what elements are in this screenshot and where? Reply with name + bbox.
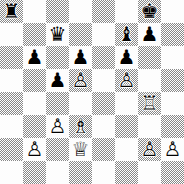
square-g3[interactable] [138, 115, 161, 138]
square-c3[interactable]: ♙ [46, 115, 69, 138]
square-h1[interactable] [161, 161, 184, 184]
square-c6[interactable] [46, 46, 69, 69]
square-d8[interactable] [69, 0, 92, 23]
piece-white-pawn[interactable]: ♙ [69, 69, 92, 92]
square-c1[interactable] [46, 161, 69, 184]
square-d7[interactable] [69, 23, 92, 46]
square-d4[interactable] [69, 92, 92, 115]
square-c2[interactable] [46, 138, 69, 161]
square-e6[interactable] [92, 46, 115, 69]
piece-white-pawn[interactable]: ♙ [23, 138, 46, 161]
square-e5[interactable] [92, 69, 115, 92]
square-d2[interactable]: ♕ [69, 138, 92, 161]
square-g2[interactable]: ♙ [138, 138, 161, 161]
square-f7[interactable]: ♝ [115, 23, 138, 46]
square-g4[interactable]: ♖ [138, 92, 161, 115]
square-d5[interactable]: ♙ [69, 69, 92, 92]
square-a6[interactable] [0, 46, 23, 69]
square-c8[interactable] [46, 0, 69, 23]
square-f5[interactable]: ♙ [115, 69, 138, 92]
piece-white-pawn[interactable]: ♙ [161, 138, 184, 161]
square-b2[interactable]: ♙ [23, 138, 46, 161]
square-d1[interactable] [69, 161, 92, 184]
square-g1[interactable] [138, 161, 161, 184]
square-a2[interactable] [0, 138, 23, 161]
square-a4[interactable] [0, 92, 23, 115]
chess-board: ♜♚♛♝♟♟♟♟♟♙♙♖♙♗♙♕♙♙ [0, 0, 184, 184]
square-h8[interactable] [161, 0, 184, 23]
piece-black-pawn[interactable]: ♟ [69, 46, 92, 69]
square-g7[interactable]: ♟ [138, 23, 161, 46]
square-b5[interactable] [23, 69, 46, 92]
square-f8[interactable] [115, 0, 138, 23]
piece-white-bishop[interactable]: ♗ [69, 115, 92, 138]
piece-black-pawn[interactable]: ♟ [46, 69, 69, 92]
square-d3[interactable]: ♗ [69, 115, 92, 138]
square-h3[interactable] [161, 115, 184, 138]
piece-white-queen[interactable]: ♕ [69, 138, 92, 161]
square-b1[interactable] [23, 161, 46, 184]
piece-black-bishop[interactable]: ♝ [115, 23, 138, 46]
square-e8[interactable] [92, 0, 115, 23]
square-c5[interactable]: ♟ [46, 69, 69, 92]
square-d6[interactable]: ♟ [69, 46, 92, 69]
square-e4[interactable] [92, 92, 115, 115]
square-h5[interactable] [161, 69, 184, 92]
square-f6[interactable]: ♟ [115, 46, 138, 69]
piece-black-pawn[interactable]: ♟ [115, 46, 138, 69]
square-e2[interactable] [92, 138, 115, 161]
square-g6[interactable] [138, 46, 161, 69]
square-b8[interactable] [23, 0, 46, 23]
piece-white-pawn[interactable]: ♙ [138, 138, 161, 161]
square-a7[interactable] [0, 23, 23, 46]
square-b7[interactable] [23, 23, 46, 46]
piece-black-pawn[interactable]: ♟ [23, 46, 46, 69]
square-h7[interactable] [161, 23, 184, 46]
square-b6[interactable]: ♟ [23, 46, 46, 69]
square-c7[interactable]: ♛ [46, 23, 69, 46]
square-e7[interactable] [92, 23, 115, 46]
piece-black-pawn[interactable]: ♟ [138, 23, 161, 46]
square-b3[interactable] [23, 115, 46, 138]
square-e3[interactable] [92, 115, 115, 138]
square-a3[interactable] [0, 115, 23, 138]
square-f2[interactable] [115, 138, 138, 161]
square-c4[interactable] [46, 92, 69, 115]
square-b4[interactable] [23, 92, 46, 115]
square-a8[interactable]: ♜ [0, 0, 23, 23]
square-a5[interactable] [0, 69, 23, 92]
square-a1[interactable] [0, 161, 23, 184]
square-f4[interactable] [115, 92, 138, 115]
piece-white-pawn[interactable]: ♙ [46, 115, 69, 138]
piece-white-rook[interactable]: ♖ [138, 92, 161, 115]
piece-black-rook[interactable]: ♜ [0, 0, 23, 23]
piece-black-king[interactable]: ♚ [138, 0, 161, 23]
piece-white-pawn[interactable]: ♙ [115, 69, 138, 92]
square-h4[interactable] [161, 92, 184, 115]
square-h2[interactable]: ♙ [161, 138, 184, 161]
square-f3[interactable] [115, 115, 138, 138]
square-e1[interactable] [92, 161, 115, 184]
square-f1[interactable] [115, 161, 138, 184]
square-g5[interactable] [138, 69, 161, 92]
piece-black-queen[interactable]: ♛ [46, 23, 69, 46]
square-h6[interactable] [161, 46, 184, 69]
square-g8[interactable]: ♚ [138, 0, 161, 23]
